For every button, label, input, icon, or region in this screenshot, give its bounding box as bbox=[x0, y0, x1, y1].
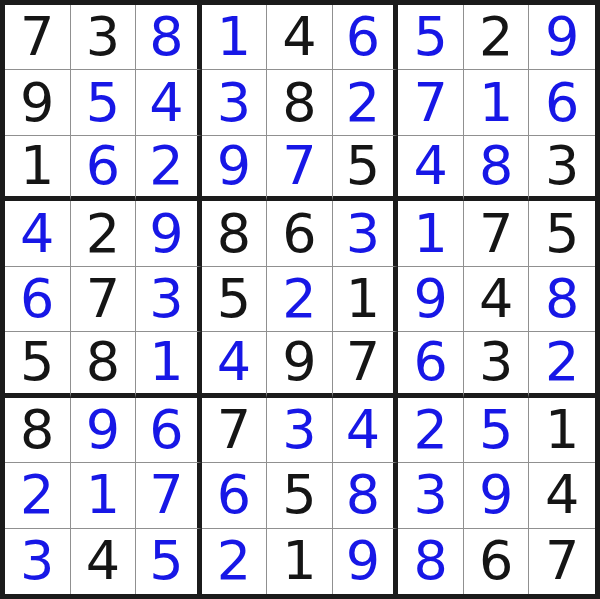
cell-r6c1[interactable]: 5 bbox=[5, 332, 71, 397]
cell-r7c6[interactable]: 4 bbox=[333, 398, 399, 463]
cell-r1c8[interactable]: 2 bbox=[464, 5, 530, 70]
cell-r9c8[interactable]: 6 bbox=[464, 529, 530, 594]
cell-r5c9[interactable]: 8 bbox=[529, 267, 595, 332]
cell-r1c9[interactable]: 9 bbox=[529, 5, 595, 70]
cell-r1c6[interactable]: 6 bbox=[333, 5, 399, 70]
cell-r8c4[interactable]: 6 bbox=[202, 463, 268, 528]
cell-r5c7[interactable]: 9 bbox=[398, 267, 464, 332]
cell-r6c6[interactable]: 7 bbox=[333, 332, 399, 397]
cell-r3c4[interactable]: 9 bbox=[202, 136, 268, 201]
cell-r2c1[interactable]: 9 bbox=[5, 70, 71, 135]
cell-r9c2[interactable]: 4 bbox=[71, 529, 137, 594]
cell-r8c6[interactable]: 8 bbox=[333, 463, 399, 528]
cell-r3c1[interactable]: 1 bbox=[5, 136, 71, 201]
cell-r7c4[interactable]: 7 bbox=[202, 398, 268, 463]
cell-r7c1[interactable]: 8 bbox=[5, 398, 71, 463]
cell-r1c1[interactable]: 7 bbox=[5, 5, 71, 70]
cell-r4c7[interactable]: 1 bbox=[398, 201, 464, 266]
cell-r7c3[interactable]: 6 bbox=[136, 398, 202, 463]
cell-r2c8[interactable]: 1 bbox=[464, 70, 530, 135]
cell-r6c5[interactable]: 9 bbox=[267, 332, 333, 397]
cell-r8c7[interactable]: 3 bbox=[398, 463, 464, 528]
cell-r3c5[interactable]: 7 bbox=[267, 136, 333, 201]
cell-r9c5[interactable]: 1 bbox=[267, 529, 333, 594]
cell-r9c7[interactable]: 8 bbox=[398, 529, 464, 594]
cell-r3c3[interactable]: 2 bbox=[136, 136, 202, 201]
cell-r6c7[interactable]: 6 bbox=[398, 332, 464, 397]
cell-r2c5[interactable]: 8 bbox=[267, 70, 333, 135]
cell-r6c2[interactable]: 8 bbox=[71, 332, 137, 397]
cell-r3c6[interactable]: 5 bbox=[333, 136, 399, 201]
cell-r8c5[interactable]: 5 bbox=[267, 463, 333, 528]
cell-r4c6[interactable]: 3 bbox=[333, 201, 399, 266]
cell-r1c2[interactable]: 3 bbox=[71, 5, 137, 70]
cell-r9c9[interactable]: 7 bbox=[529, 529, 595, 594]
cell-r6c8[interactable]: 3 bbox=[464, 332, 530, 397]
cell-r6c4[interactable]: 4 bbox=[202, 332, 268, 397]
sudoku-board: 7381465299543827161629754834298631756735… bbox=[0, 0, 600, 599]
cell-r2c7[interactable]: 7 bbox=[398, 70, 464, 135]
cell-r2c9[interactable]: 6 bbox=[529, 70, 595, 135]
cell-r5c3[interactable]: 3 bbox=[136, 267, 202, 332]
cell-r1c3[interactable]: 8 bbox=[136, 5, 202, 70]
cell-r7c7[interactable]: 2 bbox=[398, 398, 464, 463]
cell-r2c6[interactable]: 2 bbox=[333, 70, 399, 135]
cell-r2c2[interactable]: 5 bbox=[71, 70, 137, 135]
cell-r8c9[interactable]: 4 bbox=[529, 463, 595, 528]
cell-r8c1[interactable]: 2 bbox=[5, 463, 71, 528]
cell-r4c4[interactable]: 8 bbox=[202, 201, 268, 266]
cell-r1c7[interactable]: 5 bbox=[398, 5, 464, 70]
cell-r5c4[interactable]: 5 bbox=[202, 267, 268, 332]
cell-r5c2[interactable]: 7 bbox=[71, 267, 137, 332]
cell-r8c3[interactable]: 7 bbox=[136, 463, 202, 528]
cell-r4c9[interactable]: 5 bbox=[529, 201, 595, 266]
cell-r5c6[interactable]: 1 bbox=[333, 267, 399, 332]
cell-r8c8[interactable]: 9 bbox=[464, 463, 530, 528]
cell-r2c4[interactable]: 3 bbox=[202, 70, 268, 135]
cell-r1c5[interactable]: 4 bbox=[267, 5, 333, 70]
cell-r9c6[interactable]: 9 bbox=[333, 529, 399, 594]
cell-r3c2[interactable]: 6 bbox=[71, 136, 137, 201]
cell-r7c2[interactable]: 9 bbox=[71, 398, 137, 463]
cell-r3c7[interactable]: 4 bbox=[398, 136, 464, 201]
cell-r4c5[interactable]: 6 bbox=[267, 201, 333, 266]
cell-r8c2[interactable]: 1 bbox=[71, 463, 137, 528]
cell-r1c4[interactable]: 1 bbox=[202, 5, 268, 70]
cell-r5c5[interactable]: 2 bbox=[267, 267, 333, 332]
cell-r7c8[interactable]: 5 bbox=[464, 398, 530, 463]
cell-r9c3[interactable]: 5 bbox=[136, 529, 202, 594]
cell-r4c1[interactable]: 4 bbox=[5, 201, 71, 266]
cell-r9c4[interactable]: 2 bbox=[202, 529, 268, 594]
cell-r5c8[interactable]: 4 bbox=[464, 267, 530, 332]
cell-r9c1[interactable]: 3 bbox=[5, 529, 71, 594]
cell-r2c3[interactable]: 4 bbox=[136, 70, 202, 135]
cell-r7c9[interactable]: 1 bbox=[529, 398, 595, 463]
cell-r4c3[interactable]: 9 bbox=[136, 201, 202, 266]
cell-r6c3[interactable]: 1 bbox=[136, 332, 202, 397]
cell-r5c1[interactable]: 6 bbox=[5, 267, 71, 332]
cell-r4c8[interactable]: 7 bbox=[464, 201, 530, 266]
cell-r7c5[interactable]: 3 bbox=[267, 398, 333, 463]
cell-r3c8[interactable]: 8 bbox=[464, 136, 530, 201]
cell-r6c9[interactable]: 2 bbox=[529, 332, 595, 397]
cell-r3c9[interactable]: 3 bbox=[529, 136, 595, 201]
cell-r4c2[interactable]: 2 bbox=[71, 201, 137, 266]
